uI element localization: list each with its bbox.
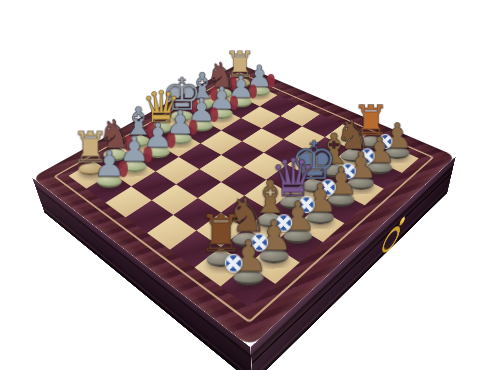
black-p-a8[interactable]: ♟: [218, 236, 278, 285]
chess-board: ♜♟♜♟♞♟♞♟♝♟♝♟♚♟♚♟♛♟♛♟♝♟♝♟♞♟♞♟♜♟♜♟: [32, 64, 456, 348]
ring-icon: [381, 221, 402, 258]
square-a2[interactable]: ♟: [86, 174, 131, 203]
chess-box-assembly: ♜♟♜♟♞♟♞♟♝♟♝♟♚♟♚♟♛♟♛♟♝♟♝♟♞♟♞♟♜♟♜♟: [32, 64, 456, 348]
piece-glyph: ♟: [93, 148, 125, 181]
drawer-ring-pull[interactable]: [383, 213, 407, 255]
white-p-a2[interactable]: ♟: [84, 148, 133, 188]
saltire-shield-icon: [224, 254, 241, 273]
product-photo-scene: ♜♟♜♟♞♟♞♟♝♟♝♟♚♟♚♟♛♟♛♟♝♟♝♟♞♟♞♟♜♟♜♟: [0, 0, 480, 370]
